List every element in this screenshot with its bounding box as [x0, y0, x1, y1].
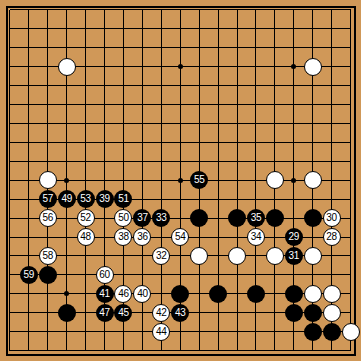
- board-cell[interactable]: [322, 57, 341, 76]
- board-cell[interactable]: [190, 246, 209, 265]
- board-cell[interactable]: [95, 114, 114, 133]
- board-cell[interactable]: [209, 76, 228, 95]
- board-cell[interactable]: 29: [284, 228, 303, 247]
- board-cell[interactable]: [341, 95, 360, 114]
- board-cell[interactable]: [171, 38, 190, 57]
- board-cell[interactable]: [133, 19, 152, 38]
- board-cell[interactable]: [171, 265, 190, 284]
- board-cell[interactable]: [209, 38, 228, 57]
- board-cell[interactable]: [284, 303, 303, 322]
- board-cell[interactable]: [209, 114, 228, 133]
- board-cell[interactable]: [228, 76, 247, 95]
- board-cell[interactable]: [341, 322, 360, 341]
- board-cell[interactable]: [303, 265, 322, 284]
- board-cell[interactable]: 60: [95, 265, 114, 284]
- board-cell[interactable]: [1, 171, 20, 190]
- board-cell[interactable]: [57, 209, 76, 228]
- board-cell[interactable]: [341, 341, 360, 360]
- board-cell[interactable]: [171, 246, 190, 265]
- board-cell[interactable]: [38, 322, 57, 341]
- board-cell[interactable]: [1, 303, 20, 322]
- board-cell[interactable]: [322, 1, 341, 20]
- board-cell[interactable]: [171, 19, 190, 38]
- board-cell[interactable]: [284, 209, 303, 228]
- board-cell[interactable]: [265, 95, 284, 114]
- board-cell[interactable]: [1, 190, 20, 209]
- board-cell[interactable]: 44: [152, 322, 171, 341]
- board-cell[interactable]: [303, 303, 322, 322]
- board-cell[interactable]: [19, 19, 38, 38]
- board-cell[interactable]: [322, 246, 341, 265]
- board-cell[interactable]: [303, 209, 322, 228]
- board-cell[interactable]: [190, 228, 209, 247]
- board-cell[interactable]: [171, 114, 190, 133]
- board-cell[interactable]: [57, 341, 76, 360]
- board-cell[interactable]: [209, 1, 228, 20]
- board-cell[interactable]: [171, 1, 190, 20]
- board-cell[interactable]: [114, 265, 133, 284]
- board-cell[interactable]: [19, 1, 38, 20]
- board-cell[interactable]: [76, 114, 95, 133]
- board-cell[interactable]: [19, 38, 38, 57]
- board-cell[interactable]: [1, 152, 20, 171]
- board-cell[interactable]: [284, 341, 303, 360]
- board-cell[interactable]: [95, 341, 114, 360]
- board-cell[interactable]: [19, 57, 38, 76]
- board-cell[interactable]: [341, 246, 360, 265]
- board-cell[interactable]: [38, 76, 57, 95]
- board-cell[interactable]: [228, 322, 247, 341]
- board-cell[interactable]: 39: [95, 190, 114, 209]
- board-cell[interactable]: [114, 57, 133, 76]
- board-cell[interactable]: [265, 209, 284, 228]
- board-cell[interactable]: [190, 303, 209, 322]
- board-cell[interactable]: [265, 171, 284, 190]
- board-cell[interactable]: [228, 246, 247, 265]
- board-cell[interactable]: [95, 152, 114, 171]
- board-cell[interactable]: 51: [114, 190, 133, 209]
- board-cell[interactable]: [57, 322, 76, 341]
- board-cell[interactable]: [246, 322, 265, 341]
- board-cell[interactable]: [265, 190, 284, 209]
- board-cell[interactable]: [322, 284, 341, 303]
- board-cell[interactable]: [76, 1, 95, 20]
- board-cell[interactable]: [228, 95, 247, 114]
- board-cell[interactable]: [265, 57, 284, 76]
- board-cell[interactable]: [152, 57, 171, 76]
- board-cell[interactable]: [57, 114, 76, 133]
- board-cell[interactable]: [152, 341, 171, 360]
- board-cell[interactable]: 34: [246, 228, 265, 247]
- board-cell[interactable]: [57, 76, 76, 95]
- board-cell[interactable]: [171, 152, 190, 171]
- board-cell[interactable]: [228, 38, 247, 57]
- board-cell[interactable]: [19, 76, 38, 95]
- board-cell[interactable]: [209, 322, 228, 341]
- board-cell[interactable]: [341, 209, 360, 228]
- board-cell[interactable]: [209, 171, 228, 190]
- board-cell[interactable]: [1, 133, 20, 152]
- board-cell[interactable]: [114, 133, 133, 152]
- board-cell[interactable]: [209, 57, 228, 76]
- board-cell[interactable]: [322, 95, 341, 114]
- board-cell[interactable]: [303, 341, 322, 360]
- board-cell[interactable]: [190, 57, 209, 76]
- board-cell[interactable]: [133, 322, 152, 341]
- board-cell[interactable]: [57, 133, 76, 152]
- board-cell[interactable]: 56: [38, 209, 57, 228]
- board-cell[interactable]: [171, 190, 190, 209]
- board-cell[interactable]: [322, 19, 341, 38]
- board-cell[interactable]: [303, 284, 322, 303]
- board-cell[interactable]: [322, 38, 341, 57]
- board-cell[interactable]: [1, 114, 20, 133]
- board-cell[interactable]: [95, 322, 114, 341]
- board-cell[interactable]: 43: [171, 303, 190, 322]
- board-cell[interactable]: [114, 95, 133, 114]
- board-cell[interactable]: 36: [133, 228, 152, 247]
- board-cell[interactable]: [152, 284, 171, 303]
- board-cell[interactable]: 42: [152, 303, 171, 322]
- board-cell[interactable]: [246, 76, 265, 95]
- board-cell[interactable]: [322, 152, 341, 171]
- board-cell[interactable]: [152, 152, 171, 171]
- board-cell[interactable]: [152, 1, 171, 20]
- board-cell[interactable]: [95, 1, 114, 20]
- board-cell[interactable]: [190, 76, 209, 95]
- board-cell[interactable]: [246, 114, 265, 133]
- board-cell[interactable]: [265, 322, 284, 341]
- board-cell[interactable]: [171, 95, 190, 114]
- board-cell[interactable]: [322, 133, 341, 152]
- board-cell[interactable]: [76, 284, 95, 303]
- board-cell[interactable]: [228, 152, 247, 171]
- board-cell[interactable]: [284, 19, 303, 38]
- board-cell[interactable]: [95, 95, 114, 114]
- board-cell[interactable]: [171, 171, 190, 190]
- board-cell[interactable]: [38, 341, 57, 360]
- board-cell[interactable]: [265, 19, 284, 38]
- board-cell[interactable]: [171, 57, 190, 76]
- board-cell[interactable]: [38, 265, 57, 284]
- board-cell[interactable]: [57, 38, 76, 57]
- board-cell[interactable]: [246, 57, 265, 76]
- board-cell[interactable]: [190, 322, 209, 341]
- board-cell[interactable]: 38: [114, 228, 133, 247]
- board-cell[interactable]: [246, 95, 265, 114]
- board-cell[interactable]: [19, 133, 38, 152]
- board-cell[interactable]: [114, 152, 133, 171]
- board-cell[interactable]: [228, 19, 247, 38]
- board-cell[interactable]: [246, 303, 265, 322]
- board-cell[interactable]: [19, 171, 38, 190]
- board-cell[interactable]: [114, 171, 133, 190]
- board-cell[interactable]: [209, 246, 228, 265]
- board-cell[interactable]: 58: [38, 246, 57, 265]
- board-cell[interactable]: 57: [38, 190, 57, 209]
- board-cell[interactable]: [341, 76, 360, 95]
- board-cell[interactable]: [38, 171, 57, 190]
- board-cell[interactable]: [171, 284, 190, 303]
- board-cell[interactable]: [190, 284, 209, 303]
- board-cell[interactable]: [209, 341, 228, 360]
- board-cell[interactable]: [57, 57, 76, 76]
- board-cell[interactable]: [152, 114, 171, 133]
- board-cell[interactable]: [76, 171, 95, 190]
- board-cell[interactable]: [76, 38, 95, 57]
- board-cell[interactable]: [190, 265, 209, 284]
- board-cell[interactable]: [284, 114, 303, 133]
- board-cell[interactable]: [209, 284, 228, 303]
- board-cell[interactable]: [76, 57, 95, 76]
- board-cell[interactable]: [1, 76, 20, 95]
- board-cell[interactable]: [76, 246, 95, 265]
- board-cell[interactable]: [1, 19, 20, 38]
- board-cell[interactable]: [303, 114, 322, 133]
- board-cell[interactable]: [171, 209, 190, 228]
- board-cell[interactable]: [1, 284, 20, 303]
- board-cell[interactable]: [228, 57, 247, 76]
- board-cell[interactable]: [284, 284, 303, 303]
- board-cell[interactable]: [303, 190, 322, 209]
- board-cell[interactable]: [133, 341, 152, 360]
- board-cell[interactable]: [38, 38, 57, 57]
- board-cell[interactable]: [114, 341, 133, 360]
- board-cell[interactable]: [114, 38, 133, 57]
- board-cell[interactable]: 28: [322, 228, 341, 247]
- board-cell[interactable]: [95, 171, 114, 190]
- board-cell[interactable]: [303, 57, 322, 76]
- board-cell[interactable]: [171, 133, 190, 152]
- board-cell[interactable]: [228, 341, 247, 360]
- board-cell[interactable]: [76, 322, 95, 341]
- board-cell[interactable]: 53: [76, 190, 95, 209]
- board-cell[interactable]: [341, 57, 360, 76]
- board-cell[interactable]: [38, 1, 57, 20]
- board-cell[interactable]: [57, 1, 76, 20]
- board-cell[interactable]: [303, 76, 322, 95]
- board-cell[interactable]: [284, 1, 303, 20]
- board-cell[interactable]: [284, 152, 303, 171]
- board-cell[interactable]: [76, 76, 95, 95]
- board-cell[interactable]: [303, 171, 322, 190]
- board-cell[interactable]: [246, 1, 265, 20]
- board-cell[interactable]: [95, 19, 114, 38]
- board-cell[interactable]: [95, 76, 114, 95]
- board-cell[interactable]: [284, 95, 303, 114]
- board-cell[interactable]: 47: [95, 303, 114, 322]
- board-cell[interactable]: [1, 341, 20, 360]
- board-cell[interactable]: [228, 265, 247, 284]
- board-cell[interactable]: [152, 95, 171, 114]
- board-cell[interactable]: [303, 228, 322, 247]
- board-cell[interactable]: [19, 228, 38, 247]
- board-cell[interactable]: [284, 76, 303, 95]
- board-cell[interactable]: [76, 19, 95, 38]
- board-cell[interactable]: [246, 265, 265, 284]
- board-cell[interactable]: [341, 284, 360, 303]
- board-cell[interactable]: [190, 19, 209, 38]
- board-cell[interactable]: [19, 209, 38, 228]
- board-cell[interactable]: 49: [57, 190, 76, 209]
- board-cell[interactable]: 31: [284, 246, 303, 265]
- board-cell[interactable]: [265, 265, 284, 284]
- board-cell[interactable]: [265, 133, 284, 152]
- board-cell[interactable]: [38, 303, 57, 322]
- board-cell[interactable]: [246, 284, 265, 303]
- board-cell[interactable]: [246, 19, 265, 38]
- board-cell[interactable]: [171, 341, 190, 360]
- board-cell[interactable]: [57, 265, 76, 284]
- board-cell[interactable]: [38, 19, 57, 38]
- board-cell[interactable]: [95, 133, 114, 152]
- board-cell[interactable]: 37: [133, 209, 152, 228]
- board-cell[interactable]: [57, 228, 76, 247]
- board-cell[interactable]: [341, 133, 360, 152]
- board-cell[interactable]: [209, 265, 228, 284]
- board-cell[interactable]: [152, 265, 171, 284]
- board-cell[interactable]: [190, 1, 209, 20]
- board-cell[interactable]: [152, 76, 171, 95]
- board-cell[interactable]: [1, 246, 20, 265]
- board-cell[interactable]: [265, 246, 284, 265]
- board-cell[interactable]: [303, 38, 322, 57]
- board-cell[interactable]: 33: [152, 209, 171, 228]
- board-cell[interactable]: [322, 76, 341, 95]
- board-cell[interactable]: [341, 19, 360, 38]
- board-cell[interactable]: 55: [190, 171, 209, 190]
- board-cell[interactable]: [133, 76, 152, 95]
- board-cell[interactable]: [38, 57, 57, 76]
- board-cell[interactable]: [228, 228, 247, 247]
- board-cell[interactable]: [38, 228, 57, 247]
- board-cell[interactable]: [265, 76, 284, 95]
- board-cell[interactable]: [133, 1, 152, 20]
- board-cell[interactable]: [190, 341, 209, 360]
- board-cell[interactable]: [265, 114, 284, 133]
- board-cell[interactable]: [95, 57, 114, 76]
- board-cell[interactable]: [152, 228, 171, 247]
- board-cell[interactable]: [1, 228, 20, 247]
- board-cell[interactable]: [341, 190, 360, 209]
- board-cell[interactable]: 48: [76, 228, 95, 247]
- board-cell[interactable]: [284, 322, 303, 341]
- board-cell[interactable]: [284, 57, 303, 76]
- board-cell[interactable]: [246, 190, 265, 209]
- board-cell[interactable]: [152, 171, 171, 190]
- board-cell[interactable]: [228, 284, 247, 303]
- board-cell[interactable]: [190, 209, 209, 228]
- board-cell[interactable]: [209, 190, 228, 209]
- board-cell[interactable]: [114, 76, 133, 95]
- board-cell[interactable]: [303, 19, 322, 38]
- board-cell[interactable]: [38, 133, 57, 152]
- board-cell[interactable]: [152, 19, 171, 38]
- board-cell[interactable]: [95, 209, 114, 228]
- board-cell[interactable]: [57, 303, 76, 322]
- board-cell[interactable]: 32: [152, 246, 171, 265]
- board-cell[interactable]: [209, 209, 228, 228]
- board-cell[interactable]: [114, 1, 133, 20]
- board-cell[interactable]: [341, 303, 360, 322]
- board-cell[interactable]: [341, 1, 360, 20]
- board-cell[interactable]: [228, 190, 247, 209]
- board-cell[interactable]: [19, 95, 38, 114]
- board-cell[interactable]: 46: [114, 284, 133, 303]
- board-cell[interactable]: [1, 209, 20, 228]
- board-cell[interactable]: [303, 322, 322, 341]
- board-cell[interactable]: [190, 38, 209, 57]
- board-cell[interactable]: [341, 152, 360, 171]
- board-cell[interactable]: [19, 303, 38, 322]
- board-cell[interactable]: [133, 303, 152, 322]
- board-cell[interactable]: [246, 246, 265, 265]
- board-cell[interactable]: [228, 1, 247, 20]
- board-cell[interactable]: [76, 95, 95, 114]
- board-cell[interactable]: [19, 246, 38, 265]
- board-cell[interactable]: [303, 95, 322, 114]
- board-cell[interactable]: [209, 152, 228, 171]
- board-cell[interactable]: [284, 38, 303, 57]
- board-cell[interactable]: [57, 171, 76, 190]
- board-cell[interactable]: [19, 284, 38, 303]
- board-cell[interactable]: [133, 265, 152, 284]
- board-cell[interactable]: [246, 133, 265, 152]
- board-cell[interactable]: [114, 246, 133, 265]
- board-cell[interactable]: [171, 322, 190, 341]
- board-cell[interactable]: [1, 38, 20, 57]
- board-cell[interactable]: [322, 265, 341, 284]
- board-cell[interactable]: [1, 1, 20, 20]
- board-cell[interactable]: 41: [95, 284, 114, 303]
- board-cell[interactable]: [265, 284, 284, 303]
- board-cell[interactable]: [228, 114, 247, 133]
- board-cell[interactable]: [284, 133, 303, 152]
- board-cell[interactable]: [152, 38, 171, 57]
- board-cell[interactable]: [57, 246, 76, 265]
- board-cell[interactable]: [284, 265, 303, 284]
- board-cell[interactable]: [76, 133, 95, 152]
- board-cell[interactable]: [322, 190, 341, 209]
- board-cell[interactable]: [57, 19, 76, 38]
- board-cell[interactable]: [190, 152, 209, 171]
- board-cell[interactable]: [265, 38, 284, 57]
- board-cell[interactable]: [209, 95, 228, 114]
- board-cell[interactable]: [190, 95, 209, 114]
- board-cell[interactable]: [133, 171, 152, 190]
- board-cell[interactable]: [133, 133, 152, 152]
- board-cell[interactable]: [190, 114, 209, 133]
- board-cell[interactable]: [76, 265, 95, 284]
- board-cell[interactable]: [19, 114, 38, 133]
- board-cell[interactable]: 40: [133, 284, 152, 303]
- board-cell[interactable]: [133, 246, 152, 265]
- board-cell[interactable]: [133, 190, 152, 209]
- board-cell[interactable]: [322, 171, 341, 190]
- board-cell[interactable]: [265, 341, 284, 360]
- board-cell[interactable]: [303, 152, 322, 171]
- board-cell[interactable]: [341, 114, 360, 133]
- board-cell[interactable]: [57, 284, 76, 303]
- board-cell[interactable]: [38, 114, 57, 133]
- board-cell[interactable]: [57, 95, 76, 114]
- board-cell[interactable]: [1, 322, 20, 341]
- board-cell[interactable]: [246, 38, 265, 57]
- board-cell[interactable]: [114, 322, 133, 341]
- board-cell[interactable]: [228, 303, 247, 322]
- board-cell[interactable]: [133, 114, 152, 133]
- board-cell[interactable]: [246, 341, 265, 360]
